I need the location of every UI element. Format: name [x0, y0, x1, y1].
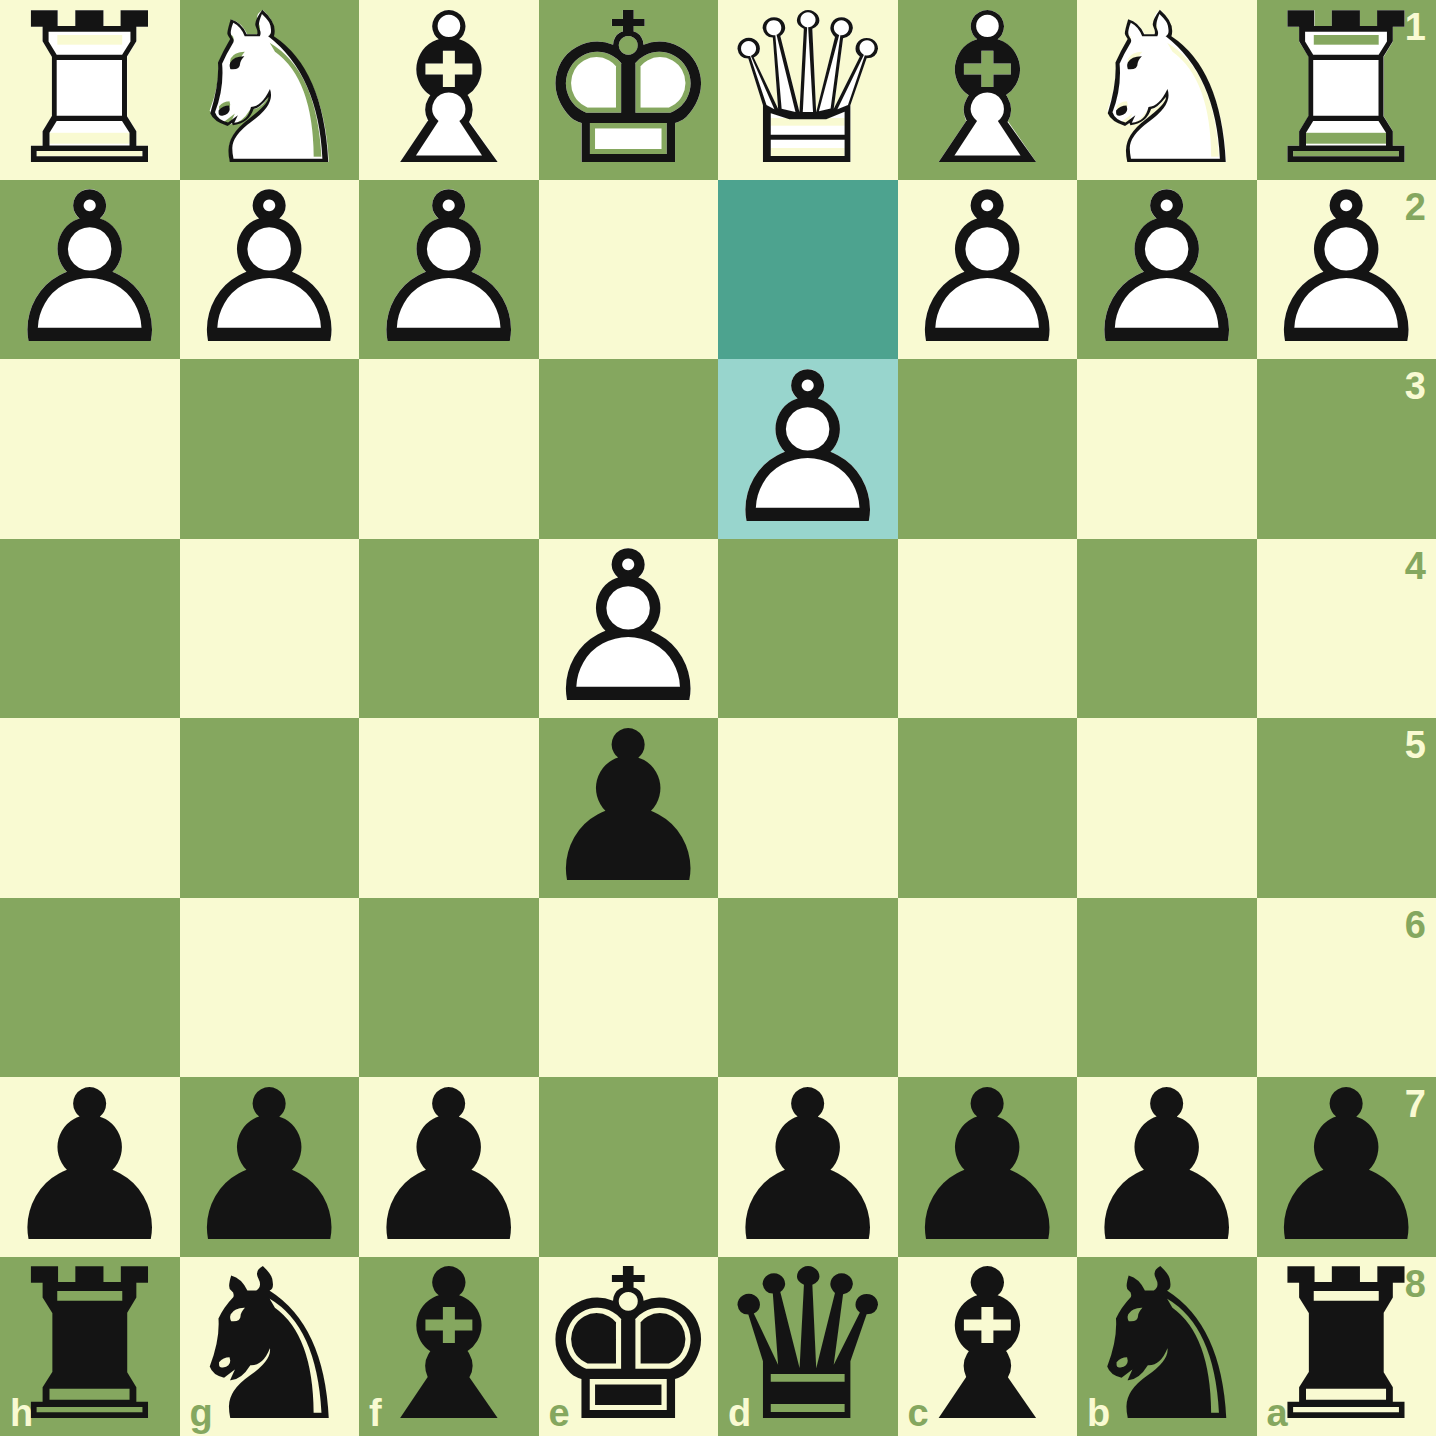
piece-white-pawn-d3[interactable]: ♟♙: [718, 359, 898, 539]
square-h4[interactable]: [0, 539, 180, 719]
square-b8[interactable]: ♞: [1077, 1257, 1257, 1436]
chess-board: ♜♖♞♘♝♗♚♔♛♕♝♗♞♘♜♖♟♙♟♙♟♙♟♙♟♙♟♙♟♙♟♙♟♟♟♟♟♟♟♟…: [0, 0, 1436, 1436]
piece-black-queen-d8[interactable]: ♛: [718, 1257, 898, 1436]
piece-black-rook-h8[interactable]: ♜: [0, 1257, 180, 1436]
white-pawn-outline-icon: ♙: [1257, 180, 1436, 360]
rank-label-6: 6: [1405, 906, 1426, 944]
square-e1[interactable]: ♚♔: [539, 0, 719, 180]
square-g4[interactable]: [180, 539, 360, 719]
square-f5[interactable]: [359, 718, 539, 898]
rank-label-4: 4: [1405, 547, 1426, 585]
chess-board-root: ♜♖♞♘♝♗♚♔♛♕♝♗♞♘♜♖♟♙♟♙♟♙♟♙♟♙♟♙♟♙♟♙♟♟♟♟♟♟♟♟…: [0, 0, 1436, 1436]
white-pawn-outline-icon: ♙: [1077, 180, 1257, 360]
black-bishop-icon: ♝: [359, 1257, 539, 1436]
square-a8[interactable]: ♜: [1257, 1257, 1436, 1436]
square-d5[interactable]: [718, 718, 898, 898]
square-b4[interactable]: [1077, 539, 1257, 719]
square-d8[interactable]: ♛: [718, 1257, 898, 1436]
piece-white-queen-d1[interactable]: ♛♕: [718, 0, 898, 180]
piece-black-king-e8[interactable]: ♚: [539, 1257, 719, 1436]
rank-label-5: 5: [1405, 726, 1426, 764]
square-c4[interactable]: [898, 539, 1078, 719]
square-f8[interactable]: ♝: [359, 1257, 539, 1436]
piece-white-pawn-f2[interactable]: ♟♙: [359, 180, 539, 360]
white-pawn-outline-icon: ♙: [359, 180, 539, 360]
square-a2[interactable]: ♟♙: [1257, 180, 1436, 360]
square-f4[interactable]: [359, 539, 539, 719]
square-c5[interactable]: [898, 718, 1078, 898]
piece-black-knight-g8[interactable]: ♞: [180, 1257, 360, 1436]
square-e8[interactable]: ♚: [539, 1257, 719, 1436]
piece-white-pawn-g2[interactable]: ♟♙: [180, 180, 360, 360]
black-rook-icon: ♜: [1257, 1257, 1436, 1436]
white-queen-outline-icon: ♕: [718, 0, 898, 180]
piece-black-pawn-e5[interactable]: ♟: [539, 718, 719, 898]
piece-black-bishop-c8[interactable]: ♝: [898, 1257, 1078, 1436]
piece-white-pawn-h2[interactable]: ♟♙: [0, 180, 180, 360]
white-pawn-outline-icon: ♙: [180, 180, 360, 360]
white-pawn-outline-icon: ♙: [718, 359, 898, 539]
square-h5[interactable]: [0, 718, 180, 898]
square-b5[interactable]: [1077, 718, 1257, 898]
square-d3[interactable]: ♟♙: [718, 359, 898, 539]
white-pawn-outline-icon: ♙: [0, 180, 180, 360]
square-e5[interactable]: ♟: [539, 718, 719, 898]
square-f2[interactable]: ♟♙: [359, 180, 539, 360]
black-rook-icon: ♜: [0, 1257, 180, 1436]
white-king-outline-icon: ♔: [539, 0, 719, 180]
piece-black-rook-a8[interactable]: ♜: [1257, 1257, 1436, 1436]
piece-white-pawn-c2[interactable]: ♟♙: [898, 180, 1078, 360]
black-knight-icon: ♞: [1077, 1257, 1257, 1436]
piece-white-pawn-b2[interactable]: ♟♙: [1077, 180, 1257, 360]
black-knight-icon: ♞: [180, 1257, 360, 1436]
piece-black-knight-b8[interactable]: ♞: [1077, 1257, 1257, 1436]
black-queen-icon: ♛: [718, 1257, 898, 1436]
black-pawn-icon: ♟: [539, 718, 719, 898]
square-d1[interactable]: ♛♕: [718, 0, 898, 180]
square-h8[interactable]: ♜: [0, 1257, 180, 1436]
square-b2[interactable]: ♟♙: [1077, 180, 1257, 360]
square-c2[interactable]: ♟♙: [898, 180, 1078, 360]
square-h2[interactable]: ♟♙: [0, 180, 180, 360]
piece-black-bishop-f8[interactable]: ♝: [359, 1257, 539, 1436]
piece-white-pawn-a2[interactable]: ♟♙: [1257, 180, 1436, 360]
square-g8[interactable]: ♞: [180, 1257, 360, 1436]
black-king-icon: ♚: [539, 1257, 719, 1436]
square-g2[interactable]: ♟♙: [180, 180, 360, 360]
square-c8[interactable]: ♝: [898, 1257, 1078, 1436]
black-bishop-icon: ♝: [898, 1257, 1078, 1436]
square-g5[interactable]: [180, 718, 360, 898]
white-pawn-outline-icon: ♙: [898, 180, 1078, 360]
piece-white-king-e1[interactable]: ♚♔: [539, 0, 719, 180]
